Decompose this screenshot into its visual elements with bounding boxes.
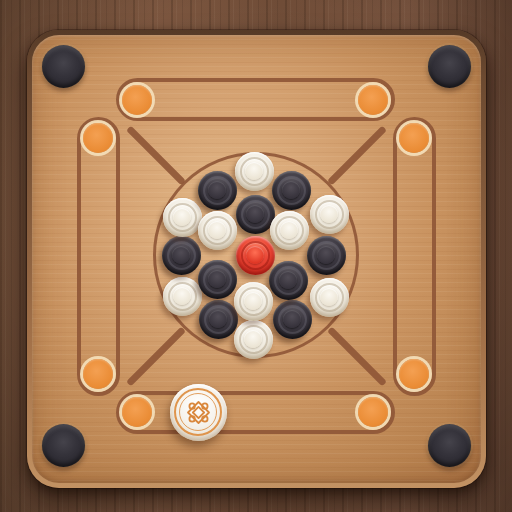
carrom-table-background bbox=[0, 0, 512, 512]
carrom-man-white bbox=[163, 198, 202, 237]
striker-knot-icon bbox=[182, 396, 215, 429]
baseline-circle-3 bbox=[83, 123, 113, 153]
baseline-right bbox=[393, 117, 436, 396]
pocket-top-right bbox=[428, 45, 471, 88]
pocket-bottom-left bbox=[42, 424, 85, 467]
baseline-bottom bbox=[116, 391, 395, 434]
baseline-top bbox=[116, 78, 395, 121]
baseline-left bbox=[77, 117, 120, 396]
carrom-man-black bbox=[273, 300, 312, 339]
carrom-man-black bbox=[307, 236, 346, 275]
carrom-man-white bbox=[163, 277, 202, 316]
carrom-man-black bbox=[269, 261, 308, 300]
carrom-man-white bbox=[310, 278, 349, 317]
baseline-circle-7 bbox=[122, 397, 152, 427]
carrom-man-white bbox=[198, 211, 237, 250]
baseline-circle-1 bbox=[122, 85, 152, 115]
carrom-man-black bbox=[198, 171, 237, 210]
carrom-man-white bbox=[234, 320, 273, 359]
carrom-man-white bbox=[310, 195, 349, 234]
carrom-man-black bbox=[162, 236, 201, 275]
striker[interactable] bbox=[170, 384, 227, 441]
pocket-bottom-right bbox=[428, 424, 471, 467]
baseline-circle-2 bbox=[358, 85, 388, 115]
carrom-man-black bbox=[236, 195, 275, 234]
carrom-man-black bbox=[199, 300, 238, 339]
pocket-top-left bbox=[42, 45, 85, 88]
baseline-circle-5 bbox=[83, 359, 113, 389]
carrom-man-black bbox=[198, 260, 237, 299]
carrom-man-white bbox=[270, 211, 309, 250]
carrom-man-white bbox=[234, 282, 273, 321]
baseline-circle-6 bbox=[399, 359, 429, 389]
carrom-man-black bbox=[272, 171, 311, 210]
carrom-man-queen bbox=[236, 236, 275, 275]
baseline-circle-8 bbox=[358, 397, 388, 427]
carrom-man-white bbox=[235, 152, 274, 191]
baseline-circle-4 bbox=[399, 123, 429, 153]
